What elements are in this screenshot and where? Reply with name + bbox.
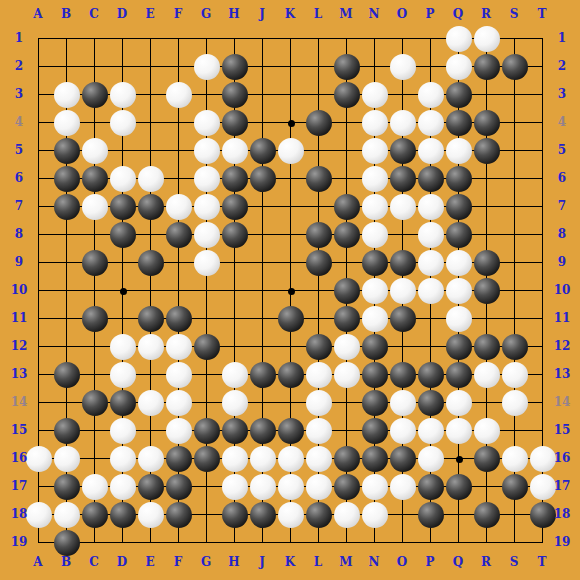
point-J9[interactable] (249, 249, 277, 277)
point-Q15[interactable] (445, 417, 473, 445)
point-E1[interactable] (137, 25, 165, 53)
point-C3[interactable] (81, 81, 109, 109)
point-S7[interactable] (501, 193, 529, 221)
point-H14[interactable] (221, 389, 249, 417)
point-K19[interactable] (277, 529, 305, 557)
point-O9[interactable] (389, 249, 417, 277)
point-N17[interactable] (361, 473, 389, 501)
point-D1[interactable] (109, 25, 137, 53)
point-H12[interactable] (221, 333, 249, 361)
point-M19[interactable] (333, 529, 361, 557)
point-G5[interactable] (193, 137, 221, 165)
point-Q19[interactable] (445, 529, 473, 557)
point-P13[interactable] (417, 361, 445, 389)
point-P17[interactable] (417, 473, 445, 501)
point-L18[interactable] (305, 501, 333, 529)
point-J17[interactable] (249, 473, 277, 501)
point-E10[interactable] (137, 277, 165, 305)
point-C16[interactable] (81, 445, 109, 473)
point-G16[interactable] (193, 445, 221, 473)
point-D6[interactable] (109, 165, 137, 193)
point-B11[interactable] (53, 305, 81, 333)
point-F16[interactable] (165, 445, 193, 473)
point-K11[interactable] (277, 305, 305, 333)
point-K6[interactable] (277, 165, 305, 193)
point-E18[interactable] (137, 501, 165, 529)
point-B6[interactable] (53, 165, 81, 193)
point-M1[interactable] (333, 25, 361, 53)
point-G13[interactable] (193, 361, 221, 389)
point-F2[interactable] (165, 53, 193, 81)
point-M8[interactable] (333, 221, 361, 249)
point-G7[interactable] (193, 193, 221, 221)
point-N5[interactable] (361, 137, 389, 165)
point-N7[interactable] (361, 193, 389, 221)
point-C8[interactable] (81, 221, 109, 249)
point-S13[interactable] (501, 361, 529, 389)
point-B4[interactable] (53, 109, 81, 137)
point-H10[interactable] (221, 277, 249, 305)
point-F7[interactable] (165, 193, 193, 221)
point-Q8[interactable] (445, 221, 473, 249)
point-D17[interactable] (109, 473, 137, 501)
point-G12[interactable] (193, 333, 221, 361)
point-D5[interactable] (109, 137, 137, 165)
point-K8[interactable] (277, 221, 305, 249)
point-C4[interactable] (81, 109, 109, 137)
point-Q2[interactable] (445, 53, 473, 81)
point-R11[interactable] (473, 305, 501, 333)
point-F17[interactable] (165, 473, 193, 501)
point-Q9[interactable] (445, 249, 473, 277)
point-L13[interactable] (305, 361, 333, 389)
point-P5[interactable] (417, 137, 445, 165)
point-F10[interactable] (165, 277, 193, 305)
point-J8[interactable] (249, 221, 277, 249)
point-S8[interactable] (501, 221, 529, 249)
point-P14[interactable] (417, 389, 445, 417)
point-F4[interactable] (165, 109, 193, 137)
point-R4[interactable] (473, 109, 501, 137)
point-P15[interactable] (417, 417, 445, 445)
point-R1[interactable] (473, 25, 501, 53)
point-D11[interactable] (109, 305, 137, 333)
point-H19[interactable] (221, 529, 249, 557)
point-G8[interactable] (193, 221, 221, 249)
point-M9[interactable] (333, 249, 361, 277)
point-Q12[interactable] (445, 333, 473, 361)
point-S12[interactable] (501, 333, 529, 361)
point-F5[interactable] (165, 137, 193, 165)
point-L11[interactable] (305, 305, 333, 333)
point-M5[interactable] (333, 137, 361, 165)
point-E5[interactable] (137, 137, 165, 165)
point-C15[interactable] (81, 417, 109, 445)
point-O2[interactable] (389, 53, 417, 81)
point-J2[interactable] (249, 53, 277, 81)
point-H18[interactable] (221, 501, 249, 529)
point-F12[interactable] (165, 333, 193, 361)
point-O1[interactable] (389, 25, 417, 53)
point-E4[interactable] (137, 109, 165, 137)
point-M18[interactable] (333, 501, 361, 529)
point-R18[interactable] (473, 501, 501, 529)
point-M3[interactable] (333, 81, 361, 109)
point-P16[interactable] (417, 445, 445, 473)
point-Q5[interactable] (445, 137, 473, 165)
point-J5[interactable] (249, 137, 277, 165)
point-G4[interactable] (193, 109, 221, 137)
point-H4[interactable] (221, 109, 249, 137)
point-H13[interactable] (221, 361, 249, 389)
point-R5[interactable] (473, 137, 501, 165)
point-F1[interactable] (165, 25, 193, 53)
point-Q11[interactable] (445, 305, 473, 333)
point-F15[interactable] (165, 417, 193, 445)
point-H6[interactable] (221, 165, 249, 193)
point-C19[interactable] (81, 529, 109, 557)
point-N2[interactable] (361, 53, 389, 81)
point-B2[interactable] (53, 53, 81, 81)
point-O15[interactable] (389, 417, 417, 445)
point-H5[interactable] (221, 137, 249, 165)
point-N15[interactable] (361, 417, 389, 445)
point-R8[interactable] (473, 221, 501, 249)
point-S16[interactable] (501, 445, 529, 473)
point-K3[interactable] (277, 81, 305, 109)
point-K18[interactable] (277, 501, 305, 529)
point-C13[interactable] (81, 361, 109, 389)
point-R9[interactable] (473, 249, 501, 277)
point-H11[interactable] (221, 305, 249, 333)
point-S6[interactable] (501, 165, 529, 193)
point-S3[interactable] (501, 81, 529, 109)
point-R7[interactable] (473, 193, 501, 221)
point-Q18[interactable] (445, 501, 473, 529)
point-C1[interactable] (81, 25, 109, 53)
point-O3[interactable] (389, 81, 417, 109)
point-D15[interactable] (109, 417, 137, 445)
point-N4[interactable] (361, 109, 389, 137)
point-L9[interactable] (305, 249, 333, 277)
point-D16[interactable] (109, 445, 137, 473)
point-B10[interactable] (53, 277, 81, 305)
point-J3[interactable] (249, 81, 277, 109)
point-O7[interactable] (389, 193, 417, 221)
point-S1[interactable] (501, 25, 529, 53)
point-F18[interactable] (165, 501, 193, 529)
point-C14[interactable] (81, 389, 109, 417)
point-P18[interactable] (417, 501, 445, 529)
point-E8[interactable] (137, 221, 165, 249)
point-L2[interactable] (305, 53, 333, 81)
point-P10[interactable] (417, 277, 445, 305)
point-L16[interactable] (305, 445, 333, 473)
point-J13[interactable] (249, 361, 277, 389)
point-H1[interactable] (221, 25, 249, 53)
point-L17[interactable] (305, 473, 333, 501)
point-P19[interactable] (417, 529, 445, 557)
point-S11[interactable] (501, 305, 529, 333)
point-M4[interactable] (333, 109, 361, 137)
point-K7[interactable] (277, 193, 305, 221)
point-P3[interactable] (417, 81, 445, 109)
point-J15[interactable] (249, 417, 277, 445)
point-P8[interactable] (417, 221, 445, 249)
point-D13[interactable] (109, 361, 137, 389)
point-L7[interactable] (305, 193, 333, 221)
point-K12[interactable] (277, 333, 305, 361)
point-N14[interactable] (361, 389, 389, 417)
point-B8[interactable] (53, 221, 81, 249)
point-P12[interactable] (417, 333, 445, 361)
point-O5[interactable] (389, 137, 417, 165)
point-J7[interactable] (249, 193, 277, 221)
point-E2[interactable] (137, 53, 165, 81)
point-N13[interactable] (361, 361, 389, 389)
point-G15[interactable] (193, 417, 221, 445)
point-P1[interactable] (417, 25, 445, 53)
point-P7[interactable] (417, 193, 445, 221)
point-B5[interactable] (53, 137, 81, 165)
point-J12[interactable] (249, 333, 277, 361)
point-D2[interactable] (109, 53, 137, 81)
point-C9[interactable] (81, 249, 109, 277)
point-O10[interactable] (389, 277, 417, 305)
point-K15[interactable] (277, 417, 305, 445)
point-O8[interactable] (389, 221, 417, 249)
point-C2[interactable] (81, 53, 109, 81)
point-B9[interactable] (53, 249, 81, 277)
point-M15[interactable] (333, 417, 361, 445)
point-E6[interactable] (137, 165, 165, 193)
point-D18[interactable] (109, 501, 137, 529)
point-J4[interactable] (249, 109, 277, 137)
point-N19[interactable] (361, 529, 389, 557)
point-F3[interactable] (165, 81, 193, 109)
point-J1[interactable] (249, 25, 277, 53)
point-D12[interactable] (109, 333, 137, 361)
point-S15[interactable] (501, 417, 529, 445)
point-M17[interactable] (333, 473, 361, 501)
point-N10[interactable] (361, 277, 389, 305)
point-M6[interactable] (333, 165, 361, 193)
point-E15[interactable] (137, 417, 165, 445)
point-Q13[interactable] (445, 361, 473, 389)
point-N8[interactable] (361, 221, 389, 249)
point-F9[interactable] (165, 249, 193, 277)
point-H8[interactable] (221, 221, 249, 249)
point-F8[interactable] (165, 221, 193, 249)
point-Q14[interactable] (445, 389, 473, 417)
point-R17[interactable] (473, 473, 501, 501)
point-H7[interactable] (221, 193, 249, 221)
point-B3[interactable] (53, 81, 81, 109)
point-O17[interactable] (389, 473, 417, 501)
point-D9[interactable] (109, 249, 137, 277)
point-N16[interactable] (361, 445, 389, 473)
point-N6[interactable] (361, 165, 389, 193)
point-K13[interactable] (277, 361, 305, 389)
point-S17[interactable] (501, 473, 529, 501)
point-M12[interactable] (333, 333, 361, 361)
point-L14[interactable] (305, 389, 333, 417)
point-F13[interactable] (165, 361, 193, 389)
point-E12[interactable] (137, 333, 165, 361)
point-G14[interactable] (193, 389, 221, 417)
point-Q10[interactable] (445, 277, 473, 305)
point-N11[interactable] (361, 305, 389, 333)
point-L6[interactable] (305, 165, 333, 193)
point-M10[interactable] (333, 277, 361, 305)
point-B17[interactable] (53, 473, 81, 501)
point-H15[interactable] (221, 417, 249, 445)
point-B15[interactable] (53, 417, 81, 445)
point-G18[interactable] (193, 501, 221, 529)
point-D19[interactable] (109, 529, 137, 557)
point-O14[interactable] (389, 389, 417, 417)
point-J18[interactable] (249, 501, 277, 529)
point-N1[interactable] (361, 25, 389, 53)
point-P4[interactable] (417, 109, 445, 137)
point-P2[interactable] (417, 53, 445, 81)
point-C10[interactable] (81, 277, 109, 305)
point-P9[interactable] (417, 249, 445, 277)
point-K16[interactable] (277, 445, 305, 473)
point-B13[interactable] (53, 361, 81, 389)
point-O12[interactable] (389, 333, 417, 361)
point-S9[interactable] (501, 249, 529, 277)
point-O11[interactable] (389, 305, 417, 333)
point-G10[interactable] (193, 277, 221, 305)
point-S5[interactable] (501, 137, 529, 165)
point-K4[interactable] (277, 109, 305, 137)
point-K10[interactable] (277, 277, 305, 305)
point-C12[interactable] (81, 333, 109, 361)
point-Q7[interactable] (445, 193, 473, 221)
point-B7[interactable] (53, 193, 81, 221)
point-D10[interactable] (109, 277, 137, 305)
point-C7[interactable] (81, 193, 109, 221)
point-L3[interactable] (305, 81, 333, 109)
point-Q4[interactable] (445, 109, 473, 137)
point-F14[interactable] (165, 389, 193, 417)
point-B19[interactable] (53, 529, 81, 557)
point-K9[interactable] (277, 249, 305, 277)
point-D4[interactable] (109, 109, 137, 137)
point-H16[interactable] (221, 445, 249, 473)
point-O4[interactable] (389, 109, 417, 137)
point-C18[interactable] (81, 501, 109, 529)
point-G1[interactable] (193, 25, 221, 53)
point-S4[interactable] (501, 109, 529, 137)
point-K14[interactable] (277, 389, 305, 417)
point-N3[interactable] (361, 81, 389, 109)
point-M16[interactable] (333, 445, 361, 473)
point-N18[interactable] (361, 501, 389, 529)
point-L1[interactable] (305, 25, 333, 53)
point-C11[interactable] (81, 305, 109, 333)
point-R3[interactable] (473, 81, 501, 109)
point-F19[interactable] (165, 529, 193, 557)
point-B14[interactable] (53, 389, 81, 417)
point-R6[interactable] (473, 165, 501, 193)
point-K5[interactable] (277, 137, 305, 165)
point-J11[interactable] (249, 305, 277, 333)
point-Q16[interactable] (445, 445, 473, 473)
point-B16[interactable] (53, 445, 81, 473)
point-E16[interactable] (137, 445, 165, 473)
point-E9[interactable] (137, 249, 165, 277)
point-L10[interactable] (305, 277, 333, 305)
point-D7[interactable] (109, 193, 137, 221)
point-J14[interactable] (249, 389, 277, 417)
point-S14[interactable] (501, 389, 529, 417)
point-E3[interactable] (137, 81, 165, 109)
point-H17[interactable] (221, 473, 249, 501)
point-O18[interactable] (389, 501, 417, 529)
point-N12[interactable] (361, 333, 389, 361)
point-L5[interactable] (305, 137, 333, 165)
point-B18[interactable] (53, 501, 81, 529)
point-G11[interactable] (193, 305, 221, 333)
point-R16[interactable] (473, 445, 501, 473)
point-L8[interactable] (305, 221, 333, 249)
point-J10[interactable] (249, 277, 277, 305)
point-P6[interactable] (417, 165, 445, 193)
point-N9[interactable] (361, 249, 389, 277)
point-J6[interactable] (249, 165, 277, 193)
point-D14[interactable] (109, 389, 137, 417)
point-R13[interactable] (473, 361, 501, 389)
point-Q17[interactable] (445, 473, 473, 501)
point-S18[interactable] (501, 501, 529, 529)
point-C6[interactable] (81, 165, 109, 193)
point-M2[interactable] (333, 53, 361, 81)
point-O13[interactable] (389, 361, 417, 389)
point-J16[interactable] (249, 445, 277, 473)
point-P11[interactable] (417, 305, 445, 333)
point-M14[interactable] (333, 389, 361, 417)
point-G17[interactable] (193, 473, 221, 501)
point-O19[interactable] (389, 529, 417, 557)
point-H2[interactable] (221, 53, 249, 81)
point-H3[interactable] (221, 81, 249, 109)
point-F6[interactable] (165, 165, 193, 193)
point-O6[interactable] (389, 165, 417, 193)
point-H9[interactable] (221, 249, 249, 277)
point-R12[interactable] (473, 333, 501, 361)
point-R14[interactable] (473, 389, 501, 417)
point-S2[interactable] (501, 53, 529, 81)
point-E19[interactable] (137, 529, 165, 557)
point-M13[interactable] (333, 361, 361, 389)
point-R15[interactable] (473, 417, 501, 445)
point-E17[interactable] (137, 473, 165, 501)
point-B12[interactable] (53, 333, 81, 361)
point-E7[interactable] (137, 193, 165, 221)
point-Q1[interactable] (445, 25, 473, 53)
point-R19[interactable] (473, 529, 501, 557)
point-M7[interactable] (333, 193, 361, 221)
point-B1[interactable] (53, 25, 81, 53)
point-K17[interactable] (277, 473, 305, 501)
point-D3[interactable] (109, 81, 137, 109)
point-J19[interactable] (249, 529, 277, 557)
point-E13[interactable] (137, 361, 165, 389)
point-M11[interactable] (333, 305, 361, 333)
point-S19[interactable] (501, 529, 529, 557)
